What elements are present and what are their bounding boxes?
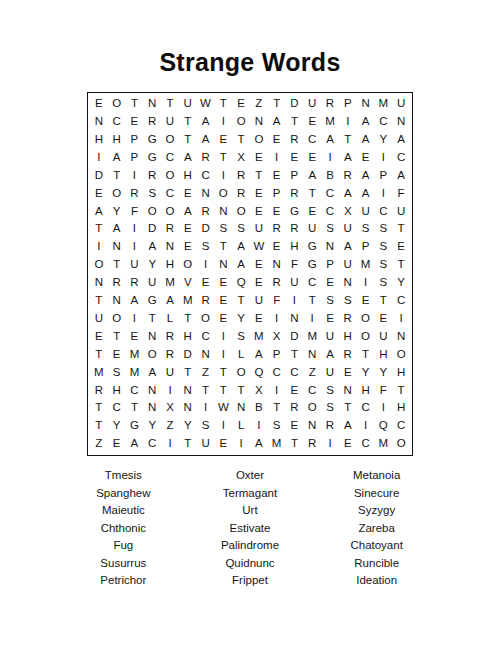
grid-cell-r18c13: O: [303, 399, 321, 417]
grid-cell-r17c7: T: [197, 381, 215, 399]
grid-cell-r13c17: E: [374, 310, 392, 328]
word-metanoia: Metanoia: [313, 467, 440, 485]
grid-cell-r4c6: A: [179, 149, 197, 167]
grid-cell-r6c4: S: [143, 184, 161, 202]
grid-cell-r11c11: R: [268, 274, 286, 292]
word-tmesis: Tmesis: [60, 467, 187, 485]
grid-cell-r6c1: E: [90, 184, 108, 202]
grid-cell-r17c18: T: [392, 381, 410, 399]
grid-cell-r12c14: S: [321, 292, 339, 310]
grid-cell-r7c11: E: [268, 202, 286, 220]
grid-cell-r16c16: Y: [357, 363, 375, 381]
grid-cell-r17c11: I: [268, 381, 286, 399]
grid-cell-r1c2: O: [108, 95, 126, 113]
grid-cell-r15c17: H: [374, 346, 392, 364]
grid-cell-r4c1: I: [90, 149, 108, 167]
grid-cell-r4c13: E: [303, 149, 321, 167]
grid-cell-r6c2: O: [108, 184, 126, 202]
word-search-grid: EOTNTUWTEZTDURPNMUNCERUTAIONATEMIACNHHPG…: [87, 92, 413, 456]
grid-cell-r3c6: T: [179, 131, 197, 149]
grid-cell-r4c8: T: [214, 149, 232, 167]
grid-cell-r15c1: T: [90, 346, 108, 364]
grid-cell-r19c18: C: [392, 417, 410, 435]
grid-cell-r9c5: N: [161, 238, 179, 256]
grid-cell-r9c16: P: [357, 238, 375, 256]
grid-cell-r6c13: T: [303, 184, 321, 202]
grid-cell-r3c12: R: [286, 131, 304, 149]
grid-cell-r17c2: H: [108, 381, 126, 399]
grid-cell-r9c7: S: [197, 238, 215, 256]
grid-cell-r14c16: O: [357, 328, 375, 346]
grid-cell-r5c1: D: [90, 167, 108, 185]
grid-cell-r18c7: I: [197, 399, 215, 417]
grid-cell-r17c6: N: [179, 381, 197, 399]
grid-cell-r15c18: O: [392, 346, 410, 364]
grid-cell-r19c12: E: [286, 417, 304, 435]
grid-cell-r3c14: A: [321, 131, 339, 149]
grid-cell-r8c13: U: [303, 220, 321, 238]
grid-cell-r7c7: R: [197, 202, 215, 220]
word-frippet: Frippet: [187, 572, 314, 590]
grid-cell-r9c10: W: [250, 238, 268, 256]
grid-cell-r13c9: Y: [232, 310, 250, 328]
grid-cell-r10c3: U: [126, 256, 144, 274]
grid-cell-r3c18: A: [392, 131, 410, 149]
word-chatoyant: Chatoyant: [313, 537, 440, 555]
word-maieutic: Maieutic: [60, 502, 187, 520]
grid-cell-r12c1: T: [90, 292, 108, 310]
grid-cell-r17c1: R: [90, 381, 108, 399]
grid-cell-r9c1: I: [90, 238, 108, 256]
grid-cell-r4c2: A: [108, 149, 126, 167]
grid-cell-r20c4: C: [143, 435, 161, 453]
grid-cell-r16c17: Y: [374, 363, 392, 381]
grid-cell-r3c3: P: [126, 131, 144, 149]
grid-cell-r2c7: A: [197, 113, 215, 131]
grid-cell-r10c16: M: [357, 256, 375, 274]
grid-cell-r5c2: T: [108, 167, 126, 185]
grid-cell-r5c3: I: [126, 167, 144, 185]
grid-cell-r9c18: E: [392, 238, 410, 256]
grid-cell-r6c12: R: [286, 184, 304, 202]
grid-cell-r3c16: A: [357, 131, 375, 149]
grid-cell-r9c9: A: [232, 238, 250, 256]
grid-cell-r4c17: I: [374, 149, 392, 167]
word-urt: Urt: [187, 502, 314, 520]
grid-cell-r8c11: R: [268, 220, 286, 238]
grid-cell-r16c14: U: [321, 363, 339, 381]
grid-cell-r10c2: T: [108, 256, 126, 274]
grid-cell-r17c14: S: [321, 381, 339, 399]
word-oxter: Oxter: [187, 467, 314, 485]
grid-cell-r19c13: N: [303, 417, 321, 435]
grid-cell-r5c13: A: [303, 167, 321, 185]
grid-cell-r18c17: I: [374, 399, 392, 417]
grid-cell-r1c6: U: [179, 95, 197, 113]
grid-cell-r9c15: A: [339, 238, 357, 256]
grid-cell-r17c17: F: [374, 381, 392, 399]
grid-cell-r19c11: S: [268, 417, 286, 435]
grid-cell-r11c17: S: [374, 274, 392, 292]
grid-cell-r14c9: S: [232, 328, 250, 346]
grid-cell-r6c11: P: [268, 184, 286, 202]
grid-cell-r4c16: E: [357, 149, 375, 167]
grid-cell-r13c3: I: [126, 310, 144, 328]
grid-cell-r8c14: S: [321, 220, 339, 238]
grid-cell-r19c4: Y: [143, 417, 161, 435]
grid-cell-r14c15: H: [339, 328, 357, 346]
grid-cell-r13c7: O: [197, 310, 215, 328]
grid-cell-r19c6: Y: [179, 417, 197, 435]
grid-cell-r13c15: R: [339, 310, 357, 328]
grid-cell-r20c2: E: [108, 435, 126, 453]
grid-cell-r16c1: M: [90, 363, 108, 381]
grid-cell-r11c16: I: [357, 274, 375, 292]
grid-cell-r6c7: N: [197, 184, 215, 202]
grid-cell-r9c13: G: [303, 238, 321, 256]
grid-cell-r20c17: M: [374, 435, 392, 453]
grid-cell-r15c13: N: [303, 346, 321, 364]
grid-cell-r18c9: N: [232, 399, 250, 417]
grid-cell-r7c14: C: [321, 202, 339, 220]
grid-cell-r8c12: R: [286, 220, 304, 238]
grid-cell-r14c14: U: [321, 328, 339, 346]
grid-cell-r19c14: R: [321, 417, 339, 435]
grid-cell-r15c16: T: [357, 346, 375, 364]
grid-cell-r1c15: P: [339, 95, 357, 113]
grid-cell-r2c3: E: [126, 113, 144, 131]
grid-cell-r7c4: O: [143, 202, 161, 220]
grid-cell-r20c5: I: [161, 435, 179, 453]
grid-cell-r8c3: I: [126, 220, 144, 238]
grid-cell-r19c17: Q: [374, 417, 392, 435]
grid-cell-r8c15: U: [339, 220, 357, 238]
grid-cell-r4c10: E: [250, 149, 268, 167]
grid-cell-r9c2: N: [108, 238, 126, 256]
grid-cell-r14c1: E: [90, 328, 108, 346]
grid-cell-r7c5: O: [161, 202, 179, 220]
grid-cell-r19c1: T: [90, 417, 108, 435]
grid-cell-r16c5: U: [161, 363, 179, 381]
grid-cell-r6c5: C: [161, 184, 179, 202]
grid-cell-r10c15: U: [339, 256, 357, 274]
grid-cell-r15c15: R: [339, 346, 357, 364]
grid-cell-r19c2: Y: [108, 417, 126, 435]
grid-cell-r3c4: G: [143, 131, 161, 149]
grid-cell-r2c16: A: [357, 113, 375, 131]
grid-cell-r17c4: N: [143, 381, 161, 399]
grid-cell-r8c7: D: [197, 220, 215, 238]
grid-cell-r18c3: T: [126, 399, 144, 417]
grid-cell-r11c15: N: [339, 274, 357, 292]
grid-cell-r14c4: N: [143, 328, 161, 346]
grid-cell-r5c10: T: [250, 167, 268, 185]
grid-cell-r3c15: T: [339, 131, 357, 149]
grid-cell-r2c4: R: [143, 113, 161, 131]
grid-cell-r2c15: I: [339, 113, 357, 131]
grid-cell-r12c16: E: [357, 292, 375, 310]
word-spanghew: Spanghew: [60, 485, 187, 503]
grid-cell-r4c9: X: [232, 149, 250, 167]
grid-cell-r10c6: O: [179, 256, 197, 274]
grid-cell-r10c12: F: [286, 256, 304, 274]
grid-cell-r18c5: X: [161, 399, 179, 417]
grid-cell-r12c4: G: [143, 292, 161, 310]
grid-cell-r8c5: R: [161, 220, 179, 238]
grid-cell-r17c12: E: [286, 381, 304, 399]
grid-cell-r6c3: R: [126, 184, 144, 202]
grid-cell-r10c8: N: [214, 256, 232, 274]
grid-cell-r20c12: T: [286, 435, 304, 453]
grid-cell-r18c14: S: [321, 399, 339, 417]
grid-cell-r3c13: C: [303, 131, 321, 149]
grid-cell-r20c6: T: [179, 435, 197, 453]
grid-cell-r11c13: C: [303, 274, 321, 292]
grid-cell-r10c14: P: [321, 256, 339, 274]
grid-cell-r18c15: T: [339, 399, 357, 417]
grid-cell-r1c10: Z: [250, 95, 268, 113]
word-palindrome: Palindrome: [187, 537, 314, 555]
grid-cell-r15c2: E: [108, 346, 126, 364]
grid-cell-r12c2: N: [108, 292, 126, 310]
grid-cell-r8c6: E: [179, 220, 197, 238]
word-estivate: Estivate: [187, 520, 314, 538]
grid-cell-r10c13: G: [303, 256, 321, 274]
grid-cell-r13c5: L: [161, 310, 179, 328]
grid-cell-r11c9: Q: [232, 274, 250, 292]
grid-cell-r6c14: C: [321, 184, 339, 202]
grid-cell-r16c11: C: [268, 363, 286, 381]
grid-cell-r11c7: E: [197, 274, 215, 292]
grid-cell-r2c5: U: [161, 113, 179, 131]
grid-cell-r13c10: E: [250, 310, 268, 328]
grid-cell-r19c9: L: [232, 417, 250, 435]
grid-cell-r9c6: E: [179, 238, 197, 256]
grid-cell-r1c5: T: [161, 95, 179, 113]
grid-cell-r3c5: O: [161, 131, 179, 149]
grid-cell-r18c11: T: [268, 399, 286, 417]
puzzle-page: Strange Words EOTNTUWTEZTDURPNMUNCERUTAI…: [0, 0, 500, 647]
word-susurrus: Susurrus: [60, 555, 187, 573]
grid-cell-r7c9: O: [232, 202, 250, 220]
grid-cell-r19c8: I: [214, 417, 232, 435]
grid-cell-r13c1: U: [90, 310, 108, 328]
grid-cell-r9c17: S: [374, 238, 392, 256]
grid-cell-r5c9: R: [232, 167, 250, 185]
grid-cell-r5c4: R: [143, 167, 161, 185]
grid-cell-r16c12: C: [286, 363, 304, 381]
grid-cell-r6c6: E: [179, 184, 197, 202]
grid-cell-r15c10: A: [250, 346, 268, 364]
word-zareba: Zareba: [313, 520, 440, 538]
grid-cell-r12c6: M: [179, 292, 197, 310]
grid-cell-r20c1: Z: [90, 435, 108, 453]
grid-cell-r19c3: G: [126, 417, 144, 435]
grid-cell-r1c12: D: [286, 95, 304, 113]
grid-cell-r2c8: I: [214, 113, 232, 131]
grid-cell-r4c12: E: [286, 149, 304, 167]
grid-cell-r8c4: D: [143, 220, 161, 238]
grid-cell-r2c2: C: [108, 113, 126, 131]
grid-cell-r4c15: A: [339, 149, 357, 167]
grid-cell-r12c10: U: [250, 292, 268, 310]
grid-cell-r9c3: I: [126, 238, 144, 256]
grid-cell-r15c8: I: [214, 346, 232, 364]
puzzle-title: Strange Words: [0, 48, 500, 77]
grid-cell-r13c8: E: [214, 310, 232, 328]
grid-cell-r7c3: F: [126, 202, 144, 220]
grid-cell-r13c2: O: [108, 310, 126, 328]
grid-cell-r17c15: N: [339, 381, 357, 399]
grid-cell-r11c1: N: [90, 274, 108, 292]
grid-cell-r5c8: I: [214, 167, 232, 185]
grid-cell-r2c11: A: [268, 113, 286, 131]
grid-cell-r7c1: A: [90, 202, 108, 220]
grid-cell-r5c15: R: [339, 167, 357, 185]
grid-cell-r14c12: D: [286, 328, 304, 346]
grid-cell-r3c17: Y: [374, 131, 392, 149]
grid-cell-r20c16: C: [357, 435, 375, 453]
grid-cell-r12c18: C: [392, 292, 410, 310]
grid-cell-r4c18: C: [392, 149, 410, 167]
grid-cell-r13c4: T: [143, 310, 161, 328]
grid-cell-r10c17: S: [374, 256, 392, 274]
grid-cell-r16c3: M: [126, 363, 144, 381]
grid-cell-r2c13: E: [303, 113, 321, 131]
grid-cell-r2c10: N: [250, 113, 268, 131]
grid-cell-r16c9: O: [232, 363, 250, 381]
grid-cell-r20c18: O: [392, 435, 410, 453]
grid-cell-r5c17: P: [374, 167, 392, 185]
grid-cell-r15c7: N: [197, 346, 215, 364]
grid-cell-r3c8: E: [214, 131, 232, 149]
grid-cell-r15c14: A: [321, 346, 339, 364]
grid-cell-r18c1: T: [90, 399, 108, 417]
grid-cell-r1c18: U: [392, 95, 410, 113]
grid-cell-r7c17: C: [374, 202, 392, 220]
grid-cell-r1c9: E: [232, 95, 250, 113]
grid-cell-r1c17: M: [374, 95, 392, 113]
grid-cell-r7c8: N: [214, 202, 232, 220]
grid-cell-r7c15: X: [339, 202, 357, 220]
word-syzygy: Syzygy: [313, 502, 440, 520]
grid-cell-r12c3: A: [126, 292, 144, 310]
grid-cell-r11c4: U: [143, 274, 161, 292]
grid-cell-r5c7: C: [197, 167, 215, 185]
grid-cell-r7c6: A: [179, 202, 197, 220]
grid-cell-r10c9: A: [232, 256, 250, 274]
grid-cell-r12c15: S: [339, 292, 357, 310]
grid-cell-r4c5: C: [161, 149, 179, 167]
word-sinecure: Sinecure: [313, 485, 440, 503]
grid-cell-r13c13: I: [303, 310, 321, 328]
grid-cell-r5c5: O: [161, 167, 179, 185]
grid-cell-r11c12: U: [286, 274, 304, 292]
grid-cell-r7c16: U: [357, 202, 375, 220]
grid-cell-r4c4: G: [143, 149, 161, 167]
grid-cell-r3c1: H: [90, 131, 108, 149]
grid-cell-r1c7: W: [197, 95, 215, 113]
grid-cell-r15c11: P: [268, 346, 286, 364]
grid-cell-r11c14: E: [321, 274, 339, 292]
grid-cell-r13c6: T: [179, 310, 197, 328]
grid-cell-r8c10: U: [250, 220, 268, 238]
grid-cell-r13c12: N: [286, 310, 304, 328]
grid-cell-r15c5: R: [161, 346, 179, 364]
grid-cell-r9c12: H: [286, 238, 304, 256]
grid-cell-r15c9: L: [232, 346, 250, 364]
grid-cell-r3c2: H: [108, 131, 126, 149]
grid-cell-r1c4: N: [143, 95, 161, 113]
grid-cell-r10c1: O: [90, 256, 108, 274]
grid-cell-r16c8: T: [214, 363, 232, 381]
grid-cell-r8c16: S: [357, 220, 375, 238]
word-list: TmesisOxterMetanoiaSpanghewTermagantSine…: [60, 467, 440, 590]
grid-cell-r5c14: B: [321, 167, 339, 185]
grid-cell-r18c16: C: [357, 399, 375, 417]
grid-cell-r18c2: C: [108, 399, 126, 417]
grid-cell-r2c1: N: [90, 113, 108, 131]
grid-cell-r20c11: M: [268, 435, 286, 453]
grid-cell-r20c13: R: [303, 435, 321, 453]
grid-cell-r19c7: S: [197, 417, 215, 435]
grid-cell-r12c12: I: [286, 292, 304, 310]
grid-cell-r14c11: X: [268, 328, 286, 346]
grid-cell-r17c9: T: [232, 381, 250, 399]
word-chthonic: Chthonic: [60, 520, 187, 538]
grid-cell-r14c2: T: [108, 328, 126, 346]
word-quidnunc: Quidnunc: [187, 555, 314, 573]
grid-cell-r2c6: T: [179, 113, 197, 131]
grid-cell-r3c7: A: [197, 131, 215, 149]
grid-cell-r4c11: I: [268, 149, 286, 167]
grid-cell-r18c4: N: [143, 399, 161, 417]
grid-cell-r5c6: H: [179, 167, 197, 185]
grid-cell-r11c5: M: [161, 274, 179, 292]
grid-cell-r1c13: U: [303, 95, 321, 113]
grid-cell-r9c11: E: [268, 238, 286, 256]
grid-cell-r13c16: O: [357, 310, 375, 328]
grid-cell-r16c18: H: [392, 363, 410, 381]
grid-cell-r12c8: E: [214, 292, 232, 310]
grid-cell-r6c18: F: [392, 184, 410, 202]
grid-cell-r12c13: T: [303, 292, 321, 310]
grid-cell-r8c2: A: [108, 220, 126, 238]
grid-cell-r14c18: N: [392, 328, 410, 346]
grid-cell-r17c16: H: [357, 381, 375, 399]
word-fug: Fug: [60, 537, 187, 555]
grid-cell-r11c2: R: [108, 274, 126, 292]
grid-cell-r10c11: N: [268, 256, 286, 274]
grid-cell-r16c6: T: [179, 363, 197, 381]
grid-cell-r7c13: E: [303, 202, 321, 220]
grid-cell-r1c1: E: [90, 95, 108, 113]
grid-cell-r17c3: C: [126, 381, 144, 399]
word-petrichor: Petrichor: [60, 572, 187, 590]
word-termagant: Termagant: [187, 485, 314, 503]
grid-cell-r5c12: P: [286, 167, 304, 185]
grid-cell-r7c2: Y: [108, 202, 126, 220]
grid-cell-r1c3: T: [126, 95, 144, 113]
grid-cell-r14c7: C: [197, 328, 215, 346]
grid-cell-r14c3: E: [126, 328, 144, 346]
grid-cell-r20c9: I: [232, 435, 250, 453]
grid-cell-r10c5: H: [161, 256, 179, 274]
grid-cell-r20c15: E: [339, 435, 357, 453]
grid-cell-r14c13: M: [303, 328, 321, 346]
grid-cell-r11c10: E: [250, 274, 268, 292]
grid-cell-r16c2: S: [108, 363, 126, 381]
